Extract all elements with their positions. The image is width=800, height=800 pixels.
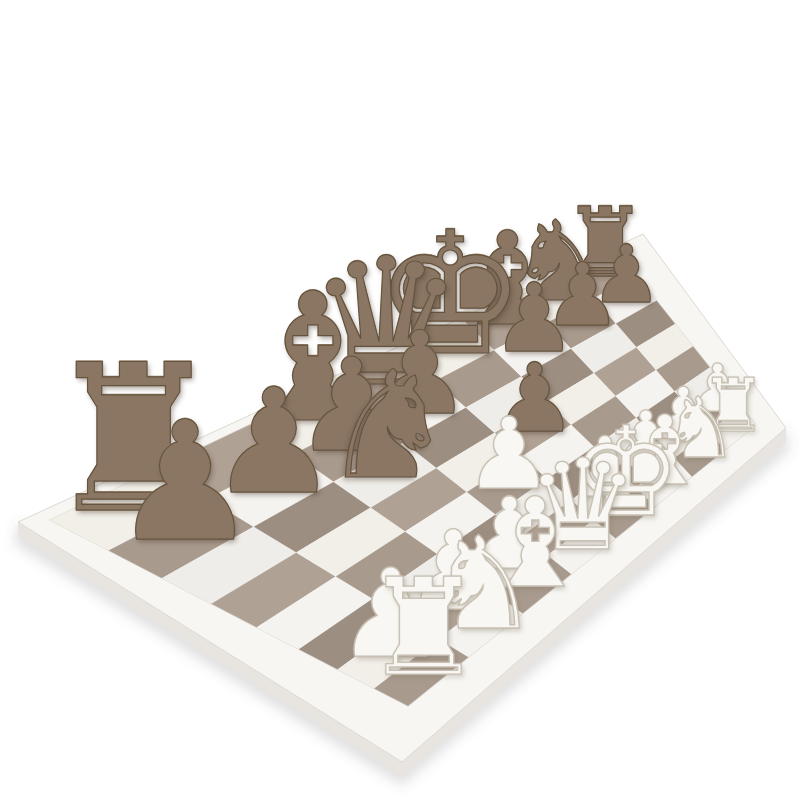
- board-squares: [50, 250, 756, 706]
- chess-board: [0, 0, 800, 800]
- marble-chess-set-photo: ♜♞♟♝♟♟♚♛♟♟♝♜♟♟♟♞♟♞♝♟♟♟♜♚♟♛♟♝♟♞♟♜: [0, 0, 800, 800]
